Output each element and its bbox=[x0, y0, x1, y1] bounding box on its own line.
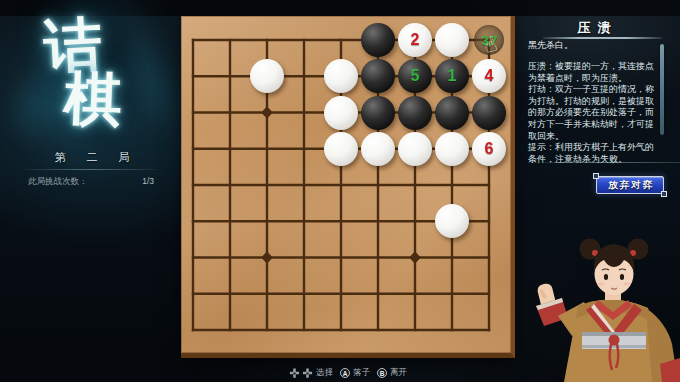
board-point[interactable] bbox=[397, 94, 434, 130]
board-point[interactable] bbox=[249, 312, 286, 348]
board-point[interactable] bbox=[212, 94, 249, 130]
board-point[interactable] bbox=[471, 167, 508, 203]
white-stone bbox=[324, 132, 358, 166]
black-stone: 1 bbox=[435, 59, 469, 93]
board-point[interactable] bbox=[175, 94, 212, 130]
board-point[interactable] bbox=[212, 276, 249, 312]
board-point[interactable] bbox=[175, 276, 212, 312]
board-point[interactable] bbox=[175, 167, 212, 203]
board-point[interactable] bbox=[360, 131, 397, 167]
forfeit-button[interactable]: 放弃对弈 bbox=[596, 176, 664, 194]
button-b-icon: B bbox=[377, 368, 387, 378]
board-point[interactable] bbox=[323, 203, 360, 239]
letterbox-band bbox=[0, 0, 680, 16]
board-point[interactable] bbox=[360, 94, 397, 130]
board-point[interactable] bbox=[471, 94, 508, 130]
white-stone bbox=[435, 204, 469, 238]
board-point[interactable] bbox=[471, 203, 508, 239]
board-point[interactable] bbox=[249, 131, 286, 167]
go-puzzle-screen: 诘 棋 第 二 局 此局挑战次数： 1/3 23,7☝5146 压溃 黑先杀白。… bbox=[0, 0, 680, 382]
black-stone bbox=[435, 96, 469, 130]
board-point[interactable] bbox=[434, 203, 471, 239]
hint-label: 落子 bbox=[353, 367, 370, 379]
white-stone: 6 bbox=[472, 132, 506, 166]
board-point[interactable] bbox=[286, 94, 323, 130]
white-stone: 2 bbox=[398, 23, 432, 57]
round-label: 第 二 局 bbox=[26, 150, 158, 165]
white-stone bbox=[324, 59, 358, 93]
board-point[interactable] bbox=[212, 203, 249, 239]
board-point[interactable] bbox=[397, 312, 434, 348]
board-point[interactable] bbox=[323, 167, 360, 203]
move-number-label: 5 bbox=[411, 68, 420, 84]
board-point[interactable] bbox=[286, 276, 323, 312]
npc-character-illustration bbox=[528, 234, 680, 382]
hint-item: 选择 bbox=[289, 367, 333, 379]
board-point[interactable] bbox=[397, 167, 434, 203]
board-point[interactable]: 6 bbox=[471, 131, 508, 167]
board-point[interactable] bbox=[212, 239, 249, 275]
move-preview-ghost-stone[interactable]: 3,7 bbox=[474, 25, 504, 55]
button-a-icon: A bbox=[340, 368, 350, 378]
title-underline bbox=[543, 37, 662, 39]
board-point[interactable] bbox=[175, 203, 212, 239]
board-point[interactable]: 3,7☝ bbox=[471, 22, 508, 58]
move-number-label: 3,7 bbox=[481, 34, 496, 47]
board-point[interactable] bbox=[286, 131, 323, 167]
black-stone bbox=[361, 59, 395, 93]
board-point[interactable] bbox=[175, 239, 212, 275]
move-number-label: 2 bbox=[411, 32, 420, 48]
board-point[interactable] bbox=[212, 22, 249, 58]
board-point[interactable] bbox=[249, 203, 286, 239]
board-point[interactable] bbox=[360, 276, 397, 312]
board-point[interactable] bbox=[397, 239, 434, 275]
board-point[interactable] bbox=[323, 22, 360, 58]
hint-label: 选择 bbox=[316, 367, 333, 379]
dpad-icon bbox=[289, 368, 313, 379]
black-stone bbox=[398, 96, 432, 130]
board-point[interactable] bbox=[471, 312, 508, 348]
white-stone bbox=[398, 132, 432, 166]
white-stone bbox=[361, 132, 395, 166]
board-point[interactable] bbox=[286, 239, 323, 275]
board-point[interactable] bbox=[434, 167, 471, 203]
board-point[interactable] bbox=[249, 276, 286, 312]
board-point[interactable] bbox=[434, 94, 471, 130]
board-point[interactable]: 1 bbox=[434, 58, 471, 94]
black-stone bbox=[472, 96, 506, 130]
board-point[interactable]: 5 bbox=[397, 58, 434, 94]
board-point[interactable] bbox=[434, 131, 471, 167]
attempts-label: 此局挑战次数： bbox=[28, 176, 88, 188]
board-point[interactable] bbox=[286, 167, 323, 203]
tutorial-goal: 黑先杀白。 bbox=[528, 40, 660, 52]
board-point[interactable] bbox=[434, 276, 471, 312]
board-point[interactable] bbox=[323, 131, 360, 167]
board-point[interactable] bbox=[249, 58, 286, 94]
board-point[interactable] bbox=[286, 58, 323, 94]
tutorial-paragraph: 打劫：双方一子互提的情况，称为打劫。打劫的规则，是被提取的那方必须要先在别处落子… bbox=[528, 84, 659, 142]
board-point[interactable] bbox=[397, 203, 434, 239]
white-stone bbox=[435, 132, 469, 166]
board-point[interactable] bbox=[360, 239, 397, 275]
board-point[interactable] bbox=[434, 22, 471, 58]
board-point[interactable] bbox=[212, 167, 249, 203]
board-point[interactable] bbox=[471, 239, 508, 275]
board-point[interactable] bbox=[212, 131, 249, 167]
white-stone bbox=[250, 59, 284, 93]
board-point[interactable] bbox=[175, 312, 212, 348]
move-number-label: 4 bbox=[485, 68, 494, 84]
black-stone bbox=[361, 23, 395, 57]
left-panel-divider bbox=[24, 169, 157, 170]
hint-label: 离开 bbox=[390, 367, 407, 379]
board-point[interactable] bbox=[323, 312, 360, 348]
board-point[interactable] bbox=[397, 276, 434, 312]
board-point[interactable] bbox=[471, 276, 508, 312]
board-point[interactable] bbox=[434, 312, 471, 348]
board-point[interactable] bbox=[434, 239, 471, 275]
board-point[interactable]: 4 bbox=[471, 58, 508, 94]
attempts-row: 此局挑战次数： 1/3 bbox=[28, 176, 154, 188]
board-point[interactable] bbox=[175, 58, 212, 94]
panel-divider bbox=[543, 162, 680, 163]
attempts-value: 1/3 bbox=[142, 176, 154, 188]
board-point[interactable] bbox=[397, 131, 434, 167]
board-point[interactable] bbox=[249, 22, 286, 58]
board-point[interactable] bbox=[323, 276, 360, 312]
controls-hint-bar: 选择A落子B离开 bbox=[181, 366, 515, 380]
board-point[interactable] bbox=[212, 58, 249, 94]
board-point[interactable] bbox=[360, 167, 397, 203]
board-points: 23,7☝5146 bbox=[175, 22, 508, 348]
board-point[interactable] bbox=[175, 131, 212, 167]
panel-scrollbar[interactable] bbox=[660, 44, 664, 135]
board-point[interactable] bbox=[286, 203, 323, 239]
move-number-label: 6 bbox=[485, 141, 494, 157]
move-number-label: 1 bbox=[448, 68, 457, 84]
white-stone: 4 bbox=[472, 59, 506, 93]
board-point[interactable] bbox=[360, 203, 397, 239]
black-stone bbox=[361, 96, 395, 130]
board-point[interactable] bbox=[249, 239, 286, 275]
hint-item: A落子 bbox=[340, 367, 370, 379]
board-point[interactable] bbox=[286, 22, 323, 58]
board-point[interactable] bbox=[175, 22, 212, 58]
board-point[interactable] bbox=[323, 58, 360, 94]
tutorial-title: 压溃 bbox=[528, 19, 660, 37]
hint-item: B离开 bbox=[377, 367, 407, 379]
board-point[interactable] bbox=[360, 312, 397, 348]
tutorial-body: 压溃：被要提的一方，其连接点为禁着点时，即为压溃。打劫：双方一子互提的情况，称为… bbox=[528, 61, 659, 165]
board-point[interactable] bbox=[286, 312, 323, 348]
white-stone bbox=[435, 23, 469, 57]
black-stone: 5 bbox=[398, 59, 432, 93]
mode-title-char-2: 棋 bbox=[63, 69, 123, 129]
board-point[interactable]: 2 bbox=[397, 22, 434, 58]
go-board: 23,7☝5146 bbox=[181, 16, 515, 358]
board-point[interactable] bbox=[249, 167, 286, 203]
board-point[interactable] bbox=[360, 22, 397, 58]
board-point[interactable] bbox=[212, 312, 249, 348]
board-point[interactable] bbox=[249, 94, 286, 130]
board-point[interactable] bbox=[360, 58, 397, 94]
tutorial-paragraph: 压溃：被要提的一方，其连接点为禁着点时，即为压溃。 bbox=[528, 61, 659, 84]
board-point[interactable] bbox=[323, 94, 360, 130]
white-stone bbox=[324, 96, 358, 130]
board-point[interactable] bbox=[323, 239, 360, 275]
